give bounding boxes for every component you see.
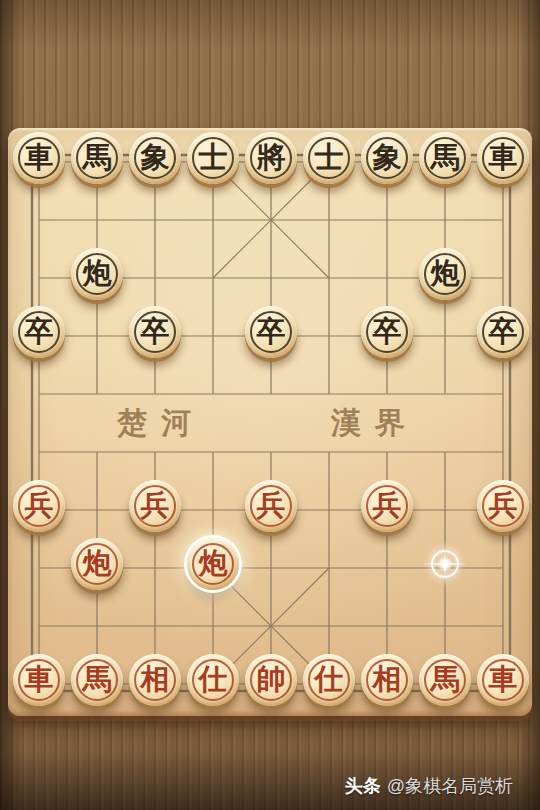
piece-character: 卒 bbox=[25, 317, 54, 346]
piece-character: 相 bbox=[373, 665, 402, 694]
river-label-han: 漢界 bbox=[317, 403, 419, 444]
piece-black-cannon[interactable]: 炮 bbox=[71, 248, 123, 300]
piece-black-advisor[interactable]: 士 bbox=[303, 132, 355, 184]
piece-red-soldier[interactable]: 兵 bbox=[245, 480, 297, 532]
piece-character: 兵 bbox=[25, 491, 54, 520]
piece-character: 車 bbox=[489, 665, 518, 694]
piece-red-advisor[interactable]: 仕 bbox=[187, 654, 239, 706]
piece-character: 仕 bbox=[315, 665, 344, 694]
piece-character: 卒 bbox=[257, 317, 286, 346]
piece-red-soldier[interactable]: 兵 bbox=[361, 480, 413, 532]
piece-black-general[interactable]: 將 bbox=[245, 132, 297, 184]
piece-red-soldier[interactable]: 兵 bbox=[13, 480, 65, 532]
piece-character: 車 bbox=[489, 143, 518, 172]
piece-character: 相 bbox=[141, 665, 170, 694]
piece-character: 將 bbox=[257, 143, 286, 172]
piece-character: 車 bbox=[25, 143, 54, 172]
piece-character: 士 bbox=[199, 143, 228, 172]
piece-red-elephant[interactable]: 相 bbox=[361, 654, 413, 706]
piece-black-cannon[interactable]: 炮 bbox=[419, 248, 471, 300]
river-label-chu: 楚河 bbox=[103, 403, 205, 444]
piece-character: 馬 bbox=[431, 143, 460, 172]
piece-black-soldier[interactable]: 卒 bbox=[245, 306, 297, 358]
piece-character: 卒 bbox=[141, 317, 170, 346]
piece-character: 炮 bbox=[83, 549, 112, 578]
piece-black-advisor[interactable]: 士 bbox=[187, 132, 239, 184]
piece-character: 馬 bbox=[83, 143, 112, 172]
piece-red-horse[interactable]: 馬 bbox=[419, 654, 471, 706]
piece-red-chariot[interactable]: 車 bbox=[13, 654, 65, 706]
piece-character: 卒 bbox=[373, 317, 402, 346]
piece-red-chariot[interactable]: 車 bbox=[477, 654, 529, 706]
piece-character: 卒 bbox=[489, 317, 518, 346]
piece-black-chariot[interactable]: 車 bbox=[477, 132, 529, 184]
piece-red-soldier[interactable]: 兵 bbox=[477, 480, 529, 532]
piece-character: 象 bbox=[373, 143, 402, 172]
board-grid bbox=[8, 128, 532, 716]
last-move-origin-marker bbox=[431, 550, 459, 578]
piece-character: 炮 bbox=[83, 259, 112, 288]
piece-character: 馬 bbox=[431, 665, 460, 694]
piece-black-horse[interactable]: 馬 bbox=[71, 132, 123, 184]
piece-character: 兵 bbox=[141, 491, 170, 520]
piece-red-advisor[interactable]: 仕 bbox=[303, 654, 355, 706]
piece-black-soldier[interactable]: 卒 bbox=[477, 306, 529, 358]
piece-red-horse[interactable]: 馬 bbox=[71, 654, 123, 706]
piece-black-elephant[interactable]: 象 bbox=[129, 132, 181, 184]
piece-black-soldier[interactable]: 卒 bbox=[13, 306, 65, 358]
watermark-handle: @象棋名局赏析 bbox=[387, 776, 513, 796]
piece-character: 兵 bbox=[257, 491, 286, 520]
piece-red-general[interactable]: 帥 bbox=[245, 654, 297, 706]
piece-character: 馬 bbox=[83, 665, 112, 694]
piece-black-elephant[interactable]: 象 bbox=[361, 132, 413, 184]
sparkle-glow bbox=[437, 556, 453, 572]
piece-red-soldier[interactable]: 兵 bbox=[129, 480, 181, 532]
piece-character: 兵 bbox=[489, 491, 518, 520]
xiangqi-board[interactable]: 楚河 漢界 車馬象士將士象馬車炮炮卒卒卒卒卒兵兵兵兵兵炮炮車馬相仕帥仕相馬車 bbox=[8, 128, 532, 716]
piece-red-cannon[interactable]: 炮 bbox=[71, 538, 123, 590]
piece-black-soldier[interactable]: 卒 bbox=[361, 306, 413, 358]
piece-red-cannon[interactable]: 炮 bbox=[187, 538, 239, 590]
piece-character: 帥 bbox=[257, 665, 286, 694]
piece-black-chariot[interactable]: 車 bbox=[13, 132, 65, 184]
piece-character: 炮 bbox=[199, 549, 228, 578]
piece-red-elephant[interactable]: 相 bbox=[129, 654, 181, 706]
piece-black-horse[interactable]: 馬 bbox=[419, 132, 471, 184]
watermark-brand: 头条 bbox=[345, 776, 381, 796]
piece-character: 仕 bbox=[199, 665, 228, 694]
piece-character: 士 bbox=[315, 143, 344, 172]
piece-character: 車 bbox=[25, 665, 54, 694]
piece-character: 兵 bbox=[373, 491, 402, 520]
piece-character: 炮 bbox=[431, 259, 460, 288]
watermark: 头条@象棋名局赏析 bbox=[345, 774, 513, 798]
piece-character: 象 bbox=[141, 143, 170, 172]
piece-black-soldier[interactable]: 卒 bbox=[129, 306, 181, 358]
